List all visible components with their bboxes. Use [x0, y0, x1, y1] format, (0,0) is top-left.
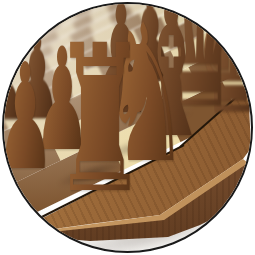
chess-photo-scene: ♟♟●♟♟♚♛♝♟♞♟♜: [2, 2, 253, 253]
circular-photo-crop: ♟♟●♟♟♚♛♝♟♞♟♜: [2, 2, 253, 253]
blurred-piece-top-glyph: ●: [39, 2, 74, 19]
pawn-a2-glyph: ♟: [2, 46, 55, 193]
rook-a1-glyph: ♜: [53, 17, 148, 220]
